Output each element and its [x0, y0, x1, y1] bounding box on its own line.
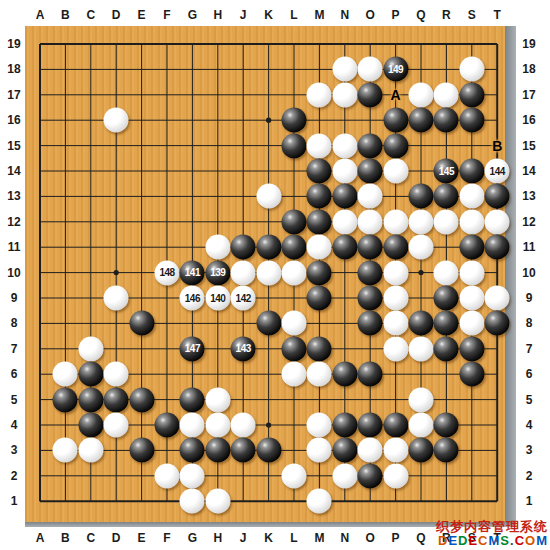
stone-white-B3: [53, 438, 78, 463]
row-label-right-18: 18: [522, 63, 535, 75]
col-label-top-O: O: [366, 9, 375, 21]
stone-white-P8: [383, 311, 408, 336]
row-label-left-11: 11: [8, 241, 21, 253]
stone-black-R8: [434, 311, 459, 336]
col-label-bottom-A: A: [36, 532, 45, 544]
stone-black-G10: 141: [180, 260, 205, 285]
row-label-right-15: 15: [522, 140, 535, 152]
row-label-left-3: 3: [11, 444, 18, 456]
stone-white-H9: 140: [205, 286, 230, 311]
stone-white-N14: [332, 159, 357, 184]
row-label-right-17: 17: [522, 89, 535, 101]
stone-black-O2: [358, 463, 383, 488]
watermark-letter: E: [468, 534, 478, 548]
col-label-top-F: F: [163, 9, 170, 21]
stone-white-F2: [155, 463, 180, 488]
stone-white-M1: [307, 489, 332, 514]
col-label-top-Q: Q: [416, 9, 425, 21]
move-number-145: 145: [439, 166, 454, 176]
move-number-149: 149: [388, 64, 403, 74]
stone-black-E3: [129, 438, 154, 463]
col-label-top-B: B: [61, 9, 70, 21]
row-label-right-4: 4: [526, 419, 533, 431]
row-label-right-3: 3: [526, 444, 533, 456]
stone-black-G5: [180, 387, 205, 412]
stone-black-T11: [485, 235, 510, 260]
letter-marker-B: B: [492, 139, 502, 153]
stone-white-N15: [332, 133, 357, 158]
row-label-right-13: 13: [522, 190, 535, 202]
watermark-letter: O: [525, 534, 536, 548]
stone-white-P10: [383, 260, 408, 285]
stone-black-M13: [307, 184, 332, 209]
col-label-top-J: J: [240, 9, 247, 21]
col-label-bottom-G: G: [188, 532, 197, 544]
row-label-left-19: 19: [7, 38, 20, 50]
row-label-left-17: 17: [7, 89, 20, 101]
stone-white-T9: [485, 286, 510, 311]
stone-white-N18: [332, 57, 357, 82]
col-label-top-H: H: [213, 9, 222, 21]
stone-white-M3: [307, 438, 332, 463]
stone-white-S8: [459, 311, 484, 336]
stone-white-J10: [231, 260, 256, 285]
col-label-top-L: L: [290, 9, 297, 21]
col-label-top-K: K: [264, 9, 273, 21]
stone-black-S7: [459, 336, 484, 361]
row-label-left-5: 5: [11, 394, 18, 406]
stone-black-M9: [307, 286, 332, 311]
move-number-143: 143: [236, 344, 251, 354]
stone-white-H11: [205, 235, 230, 260]
col-label-bottom-H: H: [213, 532, 222, 544]
stone-black-K3: [256, 438, 281, 463]
stone-black-P15: [383, 133, 408, 158]
stone-black-R7: [434, 336, 459, 361]
stone-black-C5: [78, 387, 103, 412]
stone-black-N4: [332, 413, 357, 438]
stone-white-Q12: [409, 209, 434, 234]
stone-black-Q3: [409, 438, 434, 463]
stone-black-O8: [358, 311, 383, 336]
move-number-144: 144: [490, 166, 505, 176]
col-label-bottom-E: E: [138, 532, 146, 544]
stone-black-M7: [307, 336, 332, 361]
stone-black-H10: 139: [205, 260, 230, 285]
stone-white-S9: [459, 286, 484, 311]
row-label-left-15: 15: [7, 140, 20, 152]
stone-black-R13: [434, 184, 459, 209]
stone-white-P14: [383, 159, 408, 184]
stone-white-Q7: [409, 336, 434, 361]
stone-white-O12: [358, 209, 383, 234]
row-label-left-8: 8: [11, 317, 18, 329]
stone-black-G7: 147: [180, 336, 205, 361]
move-number-148: 148: [159, 268, 174, 278]
move-number-141: 141: [185, 268, 200, 278]
stone-black-L15: [282, 133, 307, 158]
stone-white-S18: [459, 57, 484, 82]
stone-black-S17: [459, 82, 484, 107]
stone-white-N17: [332, 82, 357, 107]
stone-white-F10: 148: [155, 260, 180, 285]
stone-black-D5: [104, 387, 129, 412]
stone-white-N2: [332, 463, 357, 488]
stone-white-G4: [180, 413, 205, 438]
stone-black-S16: [459, 108, 484, 133]
col-label-bottom-L: L: [290, 532, 297, 544]
row-label-right-14: 14: [522, 165, 535, 177]
stone-black-P16: [383, 108, 408, 133]
stone-white-D4: [104, 413, 129, 438]
stone-white-K10: [256, 260, 281, 285]
row-label-left-9: 9: [11, 292, 18, 304]
stone-white-M17: [307, 82, 332, 107]
stone-white-J4: [231, 413, 256, 438]
row-label-right-5: 5: [526, 394, 533, 406]
col-label-bottom-K: K: [264, 532, 273, 544]
row-label-right-2: 2: [526, 470, 533, 482]
row-label-right-12: 12: [522, 216, 535, 228]
stone-white-C7: [78, 336, 103, 361]
col-label-bottom-C: C: [86, 532, 95, 544]
col-label-top-N: N: [340, 9, 349, 21]
row-label-right-9: 9: [526, 292, 533, 304]
stone-black-P11: [383, 235, 408, 260]
row-label-left-6: 6: [11, 368, 18, 380]
stone-white-M6: [307, 362, 332, 387]
col-label-top-M: M: [314, 9, 324, 21]
stone-white-N12: [332, 209, 357, 234]
stone-black-Q13: [409, 184, 434, 209]
watermark-letter: D: [458, 534, 468, 548]
row-label-right-11: 11: [523, 241, 536, 253]
col-label-bottom-F: F: [163, 532, 170, 544]
stone-black-L12: [282, 209, 307, 234]
stone-white-T14: 144: [485, 159, 510, 184]
stone-black-L16: [282, 108, 307, 133]
stone-white-D16: [104, 108, 129, 133]
stone-black-M12: [307, 209, 332, 234]
stone-black-R14: 145: [434, 159, 459, 184]
stone-white-L2: [282, 463, 307, 488]
stone-black-O11: [358, 235, 383, 260]
row-label-left-16: 16: [7, 114, 20, 126]
stone-white-P9: [383, 286, 408, 311]
stone-white-D9: [104, 286, 129, 311]
stone-white-R10: [434, 260, 459, 285]
stone-black-L7: [282, 336, 307, 361]
row-label-right-19: 19: [522, 38, 535, 50]
stone-black-O17: [358, 82, 383, 107]
move-number-147: 147: [185, 344, 200, 354]
stone-white-C3: [78, 438, 103, 463]
stone-black-Q8: [409, 311, 434, 336]
row-label-left-14: 14: [7, 165, 20, 177]
stone-white-B6: [53, 362, 78, 387]
watermark-letter: M: [536, 534, 548, 548]
stone-white-Q17: [409, 82, 434, 107]
row-label-left-12: 12: [7, 216, 20, 228]
stone-white-O13: [358, 184, 383, 209]
stone-black-P18: 149: [383, 57, 408, 82]
stone-black-S6: [459, 362, 484, 387]
row-label-left-2: 2: [11, 470, 18, 482]
stone-white-H4: [205, 413, 230, 438]
stone-black-O9: [358, 286, 383, 311]
stone-black-C4: [78, 413, 103, 438]
stone-white-G2: [180, 463, 205, 488]
watermark-letter: D: [438, 534, 448, 548]
watermark-line1: 织梦内容管理系统: [318, 520, 548, 534]
col-label-bottom-J: J: [240, 532, 247, 544]
stone-black-K11: [256, 235, 281, 260]
row-label-right-7: 7: [526, 343, 533, 355]
stone-white-O18: [358, 57, 383, 82]
stone-black-R16: [434, 108, 459, 133]
stone-white-Q4: [409, 413, 434, 438]
watermark-letter: E: [448, 534, 458, 548]
col-label-top-C: C: [86, 9, 95, 21]
stone-white-L10: [282, 260, 307, 285]
col-label-bottom-B: B: [61, 532, 70, 544]
row-label-left-18: 18: [7, 63, 20, 75]
stone-black-O6: [358, 362, 383, 387]
stone-black-C6: [78, 362, 103, 387]
stone-black-R4: [434, 413, 459, 438]
stone-white-L8: [282, 311, 307, 336]
stone-black-E5: [129, 387, 154, 412]
col-label-top-T: T: [494, 9, 501, 21]
stone-black-N6: [332, 362, 357, 387]
stone-white-S10: [459, 260, 484, 285]
row-label-right-1: 1: [526, 495, 533, 507]
stone-white-P2: [383, 463, 408, 488]
stone-white-M4: [307, 413, 332, 438]
stone-black-O4: [358, 413, 383, 438]
col-label-top-S: S: [468, 9, 476, 21]
stone-white-K13: [256, 184, 281, 209]
col-label-top-D: D: [112, 9, 121, 21]
stone-black-P4: [383, 413, 408, 438]
stone-black-N13: [332, 184, 357, 209]
stone-black-B5: [53, 387, 78, 412]
stone-white-S13: [459, 184, 484, 209]
stone-black-L11: [282, 235, 307, 260]
stone-black-N11: [332, 235, 357, 260]
col-label-top-R: R: [442, 9, 451, 21]
stone-black-S14: [459, 159, 484, 184]
stone-black-M14: [307, 159, 332, 184]
stone-white-R17: [434, 82, 459, 107]
stone-black-E8: [129, 311, 154, 336]
stone-black-J3: [231, 438, 256, 463]
stone-white-P3: [383, 438, 408, 463]
watermark: 织梦内容管理系统 DEDECMS.COM: [318, 520, 548, 549]
stone-black-S11: [459, 235, 484, 260]
row-label-left-4: 4: [11, 419, 18, 431]
row-label-left-7: 7: [11, 343, 18, 355]
stone-white-S12: [459, 209, 484, 234]
stone-white-G1: [180, 489, 205, 514]
stone-white-M11: [307, 235, 332, 260]
row-label-left-10: 10: [7, 267, 20, 279]
stone-white-G9: 146: [180, 286, 205, 311]
stone-white-H5: [205, 387, 230, 412]
stone-white-M15: [307, 133, 332, 158]
col-label-top-P: P: [392, 9, 400, 21]
stone-white-L6: [282, 362, 307, 387]
stone-white-R12: [434, 209, 459, 234]
move-number-140: 140: [210, 293, 225, 303]
move-number-139: 139: [210, 268, 225, 278]
stone-black-T8: [485, 311, 510, 336]
stone-black-H3: [205, 438, 230, 463]
go-diagram: AABBCCDDEEFFGGHHJJKKLLMMNNOOPPQQRRSSTT19…: [0, 0, 550, 550]
stone-black-R3: [434, 438, 459, 463]
stone-white-T12: [485, 209, 510, 234]
stone-black-Q16: [409, 108, 434, 133]
stone-black-N3: [332, 438, 357, 463]
row-label-right-6: 6: [526, 368, 533, 380]
stone-white-Q11: [409, 235, 434, 260]
stone-white-P7: [383, 336, 408, 361]
watermark-letter: C: [515, 534, 525, 548]
stone-black-K8: [256, 311, 281, 336]
stone-white-P12: [383, 209, 408, 234]
watermark-letter: C: [478, 534, 488, 548]
stone-white-Q5: [409, 387, 434, 412]
col-label-top-A: A: [36, 9, 45, 21]
stone-black-T13: [485, 184, 510, 209]
col-label-bottom-D: D: [112, 532, 121, 544]
stone-black-R9: [434, 286, 459, 311]
col-label-top-G: G: [188, 9, 197, 21]
row-label-right-8: 8: [526, 317, 533, 329]
stone-black-J7: 143: [231, 336, 256, 361]
row-label-left-13: 13: [7, 190, 20, 202]
stone-white-J9: 142: [231, 286, 256, 311]
stone-black-O10: [358, 260, 383, 285]
row-label-right-16: 16: [522, 114, 535, 126]
row-label-left-1: 1: [11, 495, 18, 507]
move-number-142: 142: [236, 293, 251, 303]
stone-black-J11: [231, 235, 256, 260]
stone-white-D6: [104, 362, 129, 387]
stone-black-O14: [358, 159, 383, 184]
stone-black-G3: [180, 438, 205, 463]
stone-white-H1: [205, 489, 230, 514]
move-number-146: 146: [185, 293, 200, 303]
watermark-letter: M: [489, 534, 501, 548]
stone-white-O3: [358, 438, 383, 463]
col-label-top-E: E: [138, 9, 146, 21]
stone-black-F4: [155, 413, 180, 438]
letter-marker-A: A: [391, 88, 401, 102]
row-label-right-10: 10: [522, 267, 535, 279]
watermark-letter: S: [500, 534, 510, 548]
stone-black-O15: [358, 133, 383, 158]
stone-black-M10: [307, 260, 332, 285]
watermark-line2: DEDECMS.COM: [318, 534, 548, 548]
